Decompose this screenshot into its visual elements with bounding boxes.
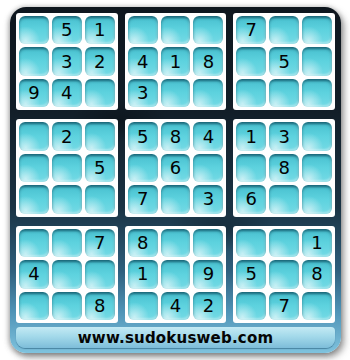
given-digit: 6 xyxy=(170,159,181,177)
sudoku-board: 513294418375255846731386748819421587 www… xyxy=(10,7,341,353)
cell-r3c8[interactable] xyxy=(269,79,299,107)
cell-r5c4[interactable] xyxy=(128,154,158,182)
cell-r2c6[interactable]: 8 xyxy=(193,47,223,75)
cell-r8c8[interactable] xyxy=(269,260,299,288)
page: 513294418375255846731386748819421587 www… xyxy=(0,0,350,360)
given-digit: 8 xyxy=(137,234,148,252)
cell-r6c9[interactable] xyxy=(302,185,332,213)
given-digit: 3 xyxy=(203,190,214,208)
cell-r6c4[interactable]: 7 xyxy=(128,185,158,213)
cell-r3c1[interactable]: 9 xyxy=(19,79,49,107)
cell-r9c1[interactable] xyxy=(19,292,49,320)
board-grid: 513294418375255846731386748819421587 xyxy=(16,13,335,323)
given-digit: 7 xyxy=(137,190,148,208)
given-digit: 3 xyxy=(61,53,72,71)
given-digit: 4 xyxy=(137,53,148,71)
cell-r5c6[interactable] xyxy=(193,154,223,182)
cell-r3c9[interactable] xyxy=(302,79,332,107)
cell-r3c2[interactable]: 4 xyxy=(52,79,82,107)
given-digit: 6 xyxy=(246,190,257,208)
cell-r8c6[interactable]: 9 xyxy=(193,260,223,288)
cell-r7c6[interactable] xyxy=(193,229,223,257)
given-digit: 2 xyxy=(61,128,72,146)
given-digit: 3 xyxy=(278,128,289,146)
cell-r1c6[interactable] xyxy=(193,16,223,44)
cell-r6c2[interactable] xyxy=(52,185,82,213)
cell-r2c9[interactable] xyxy=(302,47,332,75)
cell-r9c2[interactable] xyxy=(52,292,82,320)
cell-r1c9[interactable] xyxy=(302,16,332,44)
cell-r7c1[interactable] xyxy=(19,229,49,257)
cell-r8c7[interactable]: 5 xyxy=(236,260,266,288)
block-7: 748 xyxy=(16,226,118,323)
block-5: 584673 xyxy=(125,119,227,216)
given-digit: 7 xyxy=(246,21,257,39)
cell-r5c7[interactable] xyxy=(236,154,266,182)
given-digit: 8 xyxy=(170,128,181,146)
cell-r1c4[interactable] xyxy=(128,16,158,44)
block-1: 513294 xyxy=(16,13,118,110)
cell-r6c6[interactable]: 3 xyxy=(193,185,223,213)
given-digit: 7 xyxy=(278,297,289,315)
cell-r1c2[interactable]: 5 xyxy=(52,16,82,44)
given-digit: 1 xyxy=(94,21,105,39)
given-digit: 4 xyxy=(28,265,39,283)
block-2: 4183 xyxy=(125,13,227,110)
cell-r8c3[interactable] xyxy=(85,260,115,288)
block-3: 75 xyxy=(233,13,335,110)
cell-r4c5[interactable]: 8 xyxy=(161,122,191,150)
cell-r2c8[interactable]: 5 xyxy=(269,47,299,75)
given-digit: 2 xyxy=(94,53,105,71)
given-digit: 4 xyxy=(170,297,181,315)
cell-r1c7[interactable]: 7 xyxy=(236,16,266,44)
given-digit: 1 xyxy=(311,234,322,252)
cell-r8c9[interactable]: 8 xyxy=(302,260,332,288)
cell-r4c2[interactable]: 2 xyxy=(52,122,82,150)
cell-r9c9[interactable] xyxy=(302,292,332,320)
cell-r5c3[interactable]: 5 xyxy=(85,154,115,182)
given-digit: 4 xyxy=(61,84,72,102)
cell-r9c5[interactable]: 4 xyxy=(161,292,191,320)
given-digit: 5 xyxy=(137,128,148,146)
cell-r3c3[interactable] xyxy=(85,79,115,107)
cell-r7c5[interactable] xyxy=(161,229,191,257)
footer-bar: www.sudokusweb.com xyxy=(16,327,335,348)
given-digit: 9 xyxy=(28,84,39,102)
cell-r8c4[interactable]: 1 xyxy=(128,260,158,288)
cell-r2c1[interactable] xyxy=(19,47,49,75)
given-digit: 9 xyxy=(203,265,214,283)
cell-r1c5[interactable] xyxy=(161,16,191,44)
given-digit: 3 xyxy=(137,84,148,102)
cell-r5c2[interactable] xyxy=(52,154,82,182)
cell-r4c9[interactable] xyxy=(302,122,332,150)
block-9: 1587 xyxy=(233,226,335,323)
given-digit: 2 xyxy=(203,297,214,315)
cell-r4c8[interactable]: 3 xyxy=(269,122,299,150)
cell-r8c2[interactable] xyxy=(52,260,82,288)
cell-r1c8[interactable] xyxy=(269,16,299,44)
cell-r7c7[interactable] xyxy=(236,229,266,257)
cell-r3c7[interactable] xyxy=(236,79,266,107)
block-4: 25 xyxy=(16,119,118,216)
cell-r1c3[interactable]: 1 xyxy=(85,16,115,44)
given-digit: 1 xyxy=(246,128,257,146)
cell-r5c1[interactable] xyxy=(19,154,49,182)
given-digit: 5 xyxy=(94,159,105,177)
cell-r3c4[interactable]: 3 xyxy=(128,79,158,107)
cell-r2c2[interactable]: 3 xyxy=(52,47,82,75)
cell-r9c7[interactable] xyxy=(236,292,266,320)
given-digit: 4 xyxy=(203,128,214,146)
cell-r3c6[interactable] xyxy=(193,79,223,107)
cell-r3c5[interactable] xyxy=(161,79,191,107)
given-digit: 7 xyxy=(94,234,105,252)
website-url[interactable]: www.sudokusweb.com xyxy=(78,329,273,347)
cell-r9c8[interactable]: 7 xyxy=(269,292,299,320)
block-6: 1386 xyxy=(233,119,335,216)
cell-r9c4[interactable] xyxy=(128,292,158,320)
cell-r9c6[interactable]: 2 xyxy=(193,292,223,320)
given-digit: 8 xyxy=(203,53,214,71)
cell-r2c4[interactable]: 4 xyxy=(128,47,158,75)
given-digit: 5 xyxy=(278,53,289,71)
cell-r8c1[interactable]: 4 xyxy=(19,260,49,288)
given-digit: 5 xyxy=(61,21,72,39)
cell-r6c7[interactable]: 6 xyxy=(236,185,266,213)
cell-r5c9[interactable] xyxy=(302,154,332,182)
block-8: 81942 xyxy=(125,226,227,323)
cell-r4c1[interactable] xyxy=(19,122,49,150)
cell-r4c7[interactable]: 1 xyxy=(236,122,266,150)
given-digit: 8 xyxy=(278,159,289,177)
cell-r6c1[interactable] xyxy=(19,185,49,213)
cell-r7c8[interactable] xyxy=(269,229,299,257)
given-digit: 8 xyxy=(311,265,322,283)
cell-r2c5[interactable]: 1 xyxy=(161,47,191,75)
cell-r1c1[interactable] xyxy=(19,16,49,44)
given-digit: 1 xyxy=(170,53,181,71)
cell-r6c3[interactable] xyxy=(85,185,115,213)
cell-r8c5[interactable] xyxy=(161,260,191,288)
cell-r9c3[interactable]: 8 xyxy=(85,292,115,320)
cell-r4c4[interactable]: 5 xyxy=(128,122,158,150)
cell-r4c3[interactable] xyxy=(85,122,115,150)
cell-r7c9[interactable]: 1 xyxy=(302,229,332,257)
given-digit: 1 xyxy=(137,265,148,283)
cell-r4c6[interactable]: 4 xyxy=(193,122,223,150)
cell-r2c3[interactable]: 2 xyxy=(85,47,115,75)
cell-r5c8[interactable]: 8 xyxy=(269,154,299,182)
cell-r5c5[interactable]: 6 xyxy=(161,154,191,182)
given-digit: 8 xyxy=(94,297,105,315)
cell-r7c4[interactable]: 8 xyxy=(128,229,158,257)
cell-r6c5[interactable] xyxy=(161,185,191,213)
cell-r2c7[interactable] xyxy=(236,47,266,75)
cell-r6c8[interactable] xyxy=(269,185,299,213)
cell-r7c3[interactable]: 7 xyxy=(85,229,115,257)
cell-r7c2[interactable] xyxy=(52,229,82,257)
given-digit: 5 xyxy=(246,265,257,283)
